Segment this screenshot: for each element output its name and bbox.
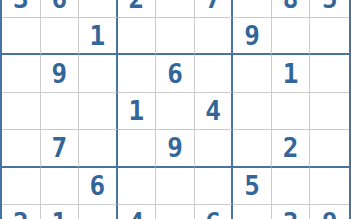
cell-r8c1[interactable]: 2 — [2, 205, 41, 219]
cell-r4c8[interactable]: 1 — [272, 55, 311, 92]
cell-r7c8[interactable] — [272, 168, 311, 205]
cell-r6c3[interactable] — [79, 130, 118, 167]
cell-r2c9[interactable]: 5 — [310, 0, 349, 18]
cell-r5c5[interactable] — [156, 93, 195, 130]
sudoku-board: 362785199611479265214639 — [0, 0, 351, 219]
cell-r5c2[interactable] — [41, 93, 80, 130]
cell-r4c1[interactable] — [2, 55, 41, 92]
cell-r4c6[interactable] — [195, 55, 234, 92]
cell-r5c3[interactable] — [79, 93, 118, 130]
cell-r3c9[interactable] — [310, 18, 349, 55]
cell-r2c2[interactable]: 6 — [41, 0, 80, 18]
cell-r3c6[interactable] — [195, 18, 234, 55]
cell-r7c3[interactable]: 6 — [79, 168, 118, 205]
cell-r8c7[interactable] — [233, 205, 272, 219]
cell-r3c1[interactable] — [2, 18, 41, 55]
cell-r3c4[interactable] — [118, 18, 157, 55]
cell-r2c4[interactable]: 2 — [118, 0, 157, 18]
cell-r2c8[interactable]: 8 — [272, 0, 311, 18]
cell-r2c6[interactable]: 7 — [195, 0, 234, 18]
cell-r3c3[interactable]: 1 — [79, 18, 118, 55]
cell-r8c9[interactable]: 9 — [310, 205, 349, 219]
cell-r7c7[interactable]: 5 — [233, 168, 272, 205]
cell-r4c3[interactable] — [79, 55, 118, 92]
cell-r6c6[interactable] — [195, 130, 234, 167]
cell-r7c5[interactable] — [156, 168, 195, 205]
cell-r6c4[interactable] — [118, 130, 157, 167]
cell-r6c7[interactable] — [233, 130, 272, 167]
cell-r7c6[interactable] — [195, 168, 234, 205]
cell-r4c7[interactable] — [233, 55, 272, 92]
cell-r2c3[interactable] — [79, 0, 118, 18]
cell-r8c3[interactable] — [79, 205, 118, 219]
cell-r4c5[interactable]: 6 — [156, 55, 195, 92]
cell-r3c8[interactable] — [272, 18, 311, 55]
cell-r3c7[interactable]: 9 — [233, 18, 272, 55]
cell-r5c6[interactable]: 4 — [195, 93, 234, 130]
cell-r4c2[interactable]: 9 — [41, 55, 80, 92]
cell-r5c4[interactable]: 1 — [118, 93, 157, 130]
cell-r3c2[interactable] — [41, 18, 80, 55]
cell-r2c1[interactable]: 3 — [2, 0, 41, 18]
screenshot-viewport: 362785199611479265214639 — [0, 0, 351, 219]
cell-r7c2[interactable] — [41, 168, 80, 205]
cell-r6c9[interactable] — [310, 130, 349, 167]
cell-r4c9[interactable] — [310, 55, 349, 92]
cell-r6c8[interactable]: 2 — [272, 130, 311, 167]
cell-r8c6[interactable]: 6 — [195, 205, 234, 219]
cell-r7c4[interactable] — [118, 168, 157, 205]
cell-r6c5[interactable]: 9 — [156, 130, 195, 167]
cell-r6c1[interactable] — [2, 130, 41, 167]
cell-r8c2[interactable]: 1 — [41, 205, 80, 219]
cell-r2c7[interactable] — [233, 0, 272, 18]
cell-r8c4[interactable]: 4 — [118, 205, 157, 219]
cell-r7c9[interactable] — [310, 168, 349, 205]
cell-r6c2[interactable]: 7 — [41, 130, 80, 167]
cell-r5c8[interactable] — [272, 93, 311, 130]
cell-r8c8[interactable]: 3 — [272, 205, 311, 219]
cell-r5c7[interactable] — [233, 93, 272, 130]
cell-r4c4[interactable] — [118, 55, 157, 92]
cell-r2c5[interactable] — [156, 0, 195, 18]
cell-r5c9[interactable] — [310, 93, 349, 130]
cell-r7c1[interactable] — [2, 168, 41, 205]
cell-r5c1[interactable] — [2, 93, 41, 130]
cell-r3c5[interactable] — [156, 18, 195, 55]
cell-r8c5[interactable] — [156, 205, 195, 219]
